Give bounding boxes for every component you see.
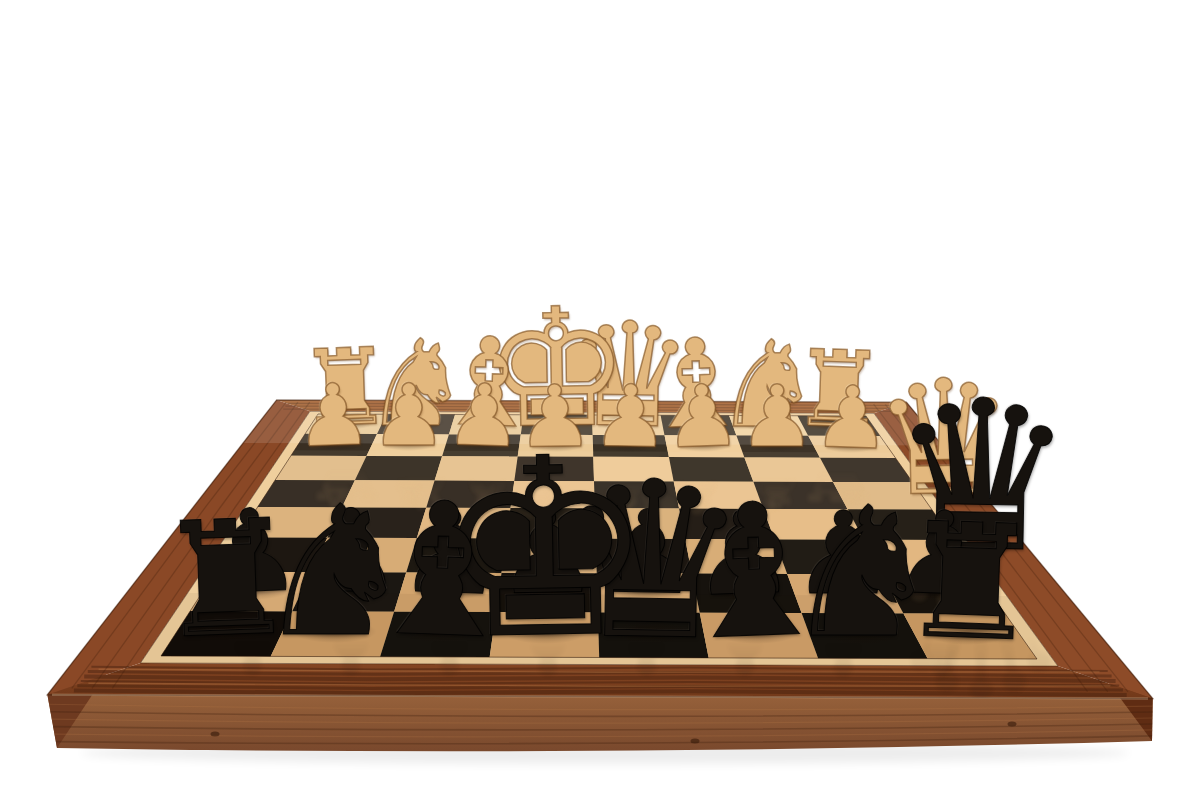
piece-black-rook[interactable]: ♜	[145, 497, 309, 661]
piece-white-pawn[interactable]: ♟	[290, 371, 378, 459]
chess-set-photo: ♜♞♝♛♚♝♞♜♟♟♟♟♟♟♟♟♟♟♟♟♟♟♟♟♜♞♝♛♚♝♞♜♛♛ ♜♞♝♛♚…	[0, 0, 1200, 812]
pieces-layer: ♜♞♝♛♚♝♞♜♟♟♟♟♟♟♟♟♟♟♟♟♟♟♟♟♜♞♝♛♚♝♞♜♛♛	[0, 0, 1200, 812]
